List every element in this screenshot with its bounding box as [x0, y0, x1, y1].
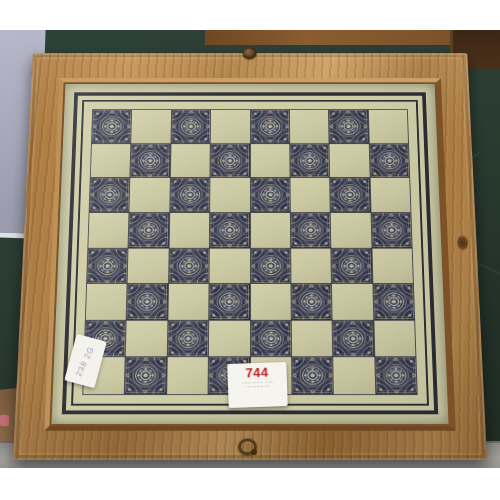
letterbox-top — [0, 0, 500, 30]
filigree-ornament — [291, 284, 331, 320]
square-a3 — [86, 284, 127, 320]
square-b2 — [126, 321, 167, 357]
square-d5 — [210, 213, 250, 247]
square-f4 — [291, 248, 331, 283]
square-a7 — [91, 144, 131, 177]
filigree-ornament — [373, 284, 414, 320]
square-g3 — [332, 284, 373, 320]
square-h2 — [374, 321, 415, 357]
square-f8 — [290, 110, 329, 143]
square-e2 — [250, 321, 291, 357]
photograph: 238 2G 744 ······· ········ ······· ··· … — [0, 30, 500, 468]
filigree-ornament — [209, 284, 249, 320]
filigree-ornament — [329, 110, 368, 143]
square-e8 — [250, 110, 289, 143]
square-g6 — [330, 178, 370, 212]
square-d8 — [211, 110, 250, 143]
square-h4 — [372, 248, 413, 283]
filigree-ornament — [250, 110, 289, 143]
square-g8 — [329, 110, 368, 143]
square-f6 — [290, 178, 330, 212]
filigree-ornament — [210, 213, 250, 247]
filigree-ornament — [131, 144, 171, 177]
pink-object-sliver — [0, 415, 9, 426]
square-e3 — [250, 284, 290, 320]
square-h3 — [373, 284, 414, 320]
square-e5 — [250, 213, 290, 247]
filigree-ornament — [129, 213, 169, 247]
square-c3 — [168, 284, 208, 320]
square-d6 — [210, 178, 249, 212]
square-b3 — [127, 284, 168, 320]
square-h7 — [369, 144, 409, 177]
filigree-ornament — [250, 321, 291, 357]
square-b7 — [131, 144, 171, 177]
square-f7 — [290, 144, 329, 177]
board-grid — [82, 109, 417, 395]
square-d4 — [210, 248, 250, 283]
square-c8 — [171, 110, 210, 143]
board-border-thin — [71, 100, 429, 406]
wood-knot — [457, 236, 468, 251]
square-c7 — [171, 144, 210, 177]
square-g2 — [333, 321, 374, 357]
filigree-ornament — [171, 110, 210, 143]
filigree-ornament — [87, 248, 128, 283]
square-b1 — [125, 358, 166, 395]
letterbox-bottom — [0, 468, 500, 500]
square-d2 — [209, 321, 250, 357]
square-a6 — [90, 178, 130, 212]
filigree-ornament — [127, 284, 168, 320]
ring-pull — [238, 438, 257, 455]
filigree-ornament — [292, 358, 333, 395]
square-c5 — [169, 213, 209, 247]
filigree-ornament — [369, 144, 409, 177]
square-a5 — [88, 213, 128, 247]
lot-sticker: 744 ······· ········ ······· ··· ·······… — [227, 362, 287, 408]
filigree-ornament — [371, 213, 411, 247]
square-b6 — [130, 178, 170, 212]
filigree-ornament — [168, 321, 209, 357]
square-b4 — [128, 248, 168, 283]
square-h8 — [368, 110, 408, 143]
filigree-ornament — [250, 248, 290, 283]
square-e7 — [250, 144, 289, 177]
square-c2 — [168, 321, 209, 357]
square-f5 — [291, 213, 331, 247]
square-a4 — [87, 248, 128, 283]
square-c4 — [169, 248, 209, 283]
square-e4 — [250, 248, 290, 283]
square-f1 — [292, 358, 333, 395]
filigree-ornament — [250, 178, 289, 212]
wood-shelf-edge — [205, 30, 463, 45]
square-d7 — [211, 144, 250, 177]
square-b8 — [132, 110, 171, 143]
square-d3 — [209, 284, 249, 320]
filigree-ornament — [169, 248, 209, 283]
square-g1 — [333, 358, 374, 395]
inventory-sticker-text: 238 2G — [75, 344, 97, 377]
filigree-ornament — [290, 144, 329, 177]
square-g4 — [332, 248, 372, 283]
filigree-ornament — [211, 144, 250, 177]
square-g7 — [330, 144, 370, 177]
frame-knob — [243, 47, 257, 59]
filigree-ornament — [375, 358, 417, 395]
filigree-ornament — [291, 213, 331, 247]
square-h6 — [370, 178, 410, 212]
filigree-ornament — [332, 248, 372, 283]
square-c1 — [167, 358, 208, 395]
square-c6 — [170, 178, 210, 212]
square-f2 — [292, 321, 333, 357]
filigree-ornament — [333, 321, 374, 357]
filigree-ornament — [90, 178, 130, 212]
filigree-ornament — [125, 358, 166, 395]
square-b5 — [129, 213, 169, 247]
filigree-ornament — [170, 178, 210, 212]
square-h5 — [371, 213, 411, 247]
square-a8 — [92, 110, 132, 143]
filigree-ornament — [330, 178, 370, 212]
filigree-ornament — [92, 110, 132, 143]
square-e6 — [250, 178, 289, 212]
square-f3 — [291, 284, 331, 320]
lot-sticker-small-print: ······· ········ ······· ··· ········· ·… — [228, 379, 287, 390]
square-h1 — [375, 358, 417, 395]
auction-photo-canvas: 238 2G 744 ······· ········ ······· ··· … — [0, 0, 500, 500]
square-g5 — [331, 213, 371, 247]
